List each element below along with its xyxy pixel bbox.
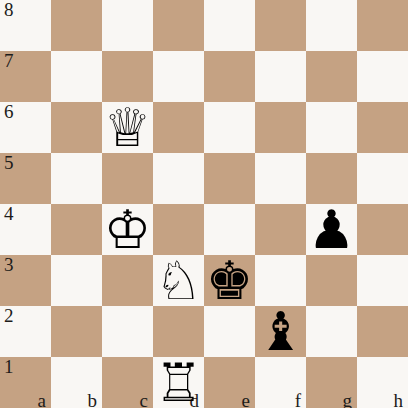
square-g7[interactable] <box>306 51 357 102</box>
square-f3[interactable] <box>255 255 306 306</box>
square-b1[interactable]: b <box>51 357 102 408</box>
square-g6[interactable] <box>306 102 357 153</box>
square-c7[interactable] <box>102 51 153 102</box>
square-e1[interactable]: e <box>204 357 255 408</box>
square-a5[interactable]: 5 <box>0 153 51 204</box>
square-f5[interactable] <box>255 153 306 204</box>
square-f8[interactable] <box>255 0 306 51</box>
square-f7[interactable] <box>255 51 306 102</box>
square-h2[interactable] <box>357 306 408 357</box>
square-g3[interactable] <box>306 255 357 306</box>
file-label-g: g <box>343 391 353 408</box>
square-e4[interactable] <box>204 204 255 255</box>
piece-black-king-e3[interactable]: ♚ <box>204 255 255 306</box>
rank-label-4: 4 <box>4 204 14 224</box>
square-g1[interactable]: g <box>306 357 357 408</box>
square-e5[interactable] <box>204 153 255 204</box>
rank-label-6: 6 <box>4 102 14 122</box>
square-f1[interactable]: f <box>255 357 306 408</box>
square-e7[interactable] <box>204 51 255 102</box>
square-b6[interactable] <box>51 102 102 153</box>
square-d8[interactable] <box>153 0 204 51</box>
square-c2[interactable] <box>102 306 153 357</box>
square-e3[interactable]: ♚ <box>204 255 255 306</box>
square-c6[interactable]: ♕ <box>102 102 153 153</box>
rank-label-3: 3 <box>4 255 14 275</box>
square-d4[interactable] <box>153 204 204 255</box>
square-f2[interactable]: ♝ <box>255 306 306 357</box>
square-g5[interactable] <box>306 153 357 204</box>
chess-board: 876♕54♔♟3♘♚2♝1abcd♖efgh <box>0 0 408 408</box>
rank-label-1: 1 <box>4 357 14 377</box>
square-c5[interactable] <box>102 153 153 204</box>
square-b8[interactable] <box>51 0 102 51</box>
file-label-f: f <box>295 391 301 408</box>
square-b2[interactable] <box>51 306 102 357</box>
square-d1[interactable]: d♖ <box>153 357 204 408</box>
square-a1[interactable]: 1a <box>0 357 51 408</box>
file-label-a: a <box>38 391 46 408</box>
square-b7[interactable] <box>51 51 102 102</box>
piece-white-king-c4[interactable]: ♔ <box>102 204 153 255</box>
square-g8[interactable] <box>306 0 357 51</box>
square-b4[interactable] <box>51 204 102 255</box>
square-c1[interactable]: c <box>102 357 153 408</box>
square-d5[interactable] <box>153 153 204 204</box>
square-h3[interactable] <box>357 255 408 306</box>
piece-white-rook-d1[interactable]: ♖ <box>153 357 204 408</box>
square-f6[interactable] <box>255 102 306 153</box>
square-b5[interactable] <box>51 153 102 204</box>
square-a6[interactable]: 6 <box>0 102 51 153</box>
square-g2[interactable] <box>306 306 357 357</box>
square-a7[interactable]: 7 <box>0 51 51 102</box>
square-h7[interactable] <box>357 51 408 102</box>
file-label-h: h <box>394 391 404 408</box>
square-a8[interactable]: 8 <box>0 0 51 51</box>
square-d3[interactable]: ♘ <box>153 255 204 306</box>
piece-white-knight-d3[interactable]: ♘ <box>153 255 204 306</box>
rank-label-2: 2 <box>4 306 14 326</box>
square-c4[interactable]: ♔ <box>102 204 153 255</box>
square-a3[interactable]: 3 <box>0 255 51 306</box>
square-h4[interactable] <box>357 204 408 255</box>
square-d6[interactable] <box>153 102 204 153</box>
square-h1[interactable]: h <box>357 357 408 408</box>
square-d7[interactable] <box>153 51 204 102</box>
square-h6[interactable] <box>357 102 408 153</box>
piece-black-bishop-f2[interactable]: ♝ <box>255 306 306 357</box>
rank-label-7: 7 <box>4 51 14 71</box>
square-g4[interactable]: ♟ <box>306 204 357 255</box>
square-h5[interactable] <box>357 153 408 204</box>
file-label-b: b <box>88 391 98 408</box>
square-e6[interactable] <box>204 102 255 153</box>
rank-label-8: 8 <box>4 0 14 20</box>
square-c8[interactable] <box>102 0 153 51</box>
square-h8[interactable] <box>357 0 408 51</box>
square-e8[interactable] <box>204 0 255 51</box>
rank-label-5: 5 <box>4 153 14 173</box>
piece-black-pawn-g4[interactable]: ♟ <box>306 204 357 255</box>
square-c3[interactable] <box>102 255 153 306</box>
square-a4[interactable]: 4 <box>0 204 51 255</box>
square-b3[interactable] <box>51 255 102 306</box>
file-label-c: c <box>140 391 148 408</box>
square-d2[interactable] <box>153 306 204 357</box>
square-f4[interactable] <box>255 204 306 255</box>
piece-white-queen-c6[interactable]: ♕ <box>102 102 153 153</box>
square-e2[interactable] <box>204 306 255 357</box>
square-a2[interactable]: 2 <box>0 306 51 357</box>
file-label-e: e <box>242 391 250 408</box>
